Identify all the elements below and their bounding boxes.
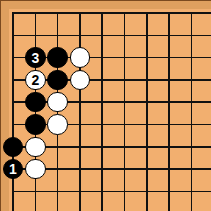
intersection-r9c1 (2, 180, 24, 202)
intersection-r8c4 (69, 158, 91, 180)
intersection-r7c2 (24, 136, 46, 158)
intersection-r1c3 (46, 2, 68, 24)
intersection-r7c8 (158, 136, 180, 158)
intersection-r9c3 (46, 180, 68, 202)
intersection-r1c2 (24, 2, 46, 24)
intersection-r6c2 (24, 113, 46, 135)
move-number-label: 3 (31, 50, 39, 64)
intersection-r2c8 (158, 24, 180, 46)
intersection-r1c1 (2, 2, 24, 24)
intersection-r9c9 (180, 180, 202, 202)
move-number-label: 1 (9, 162, 17, 176)
intersection-r3c4 (69, 46, 91, 68)
intersection-r7c9 (180, 136, 202, 158)
intersection-r3c3 (46, 46, 68, 68)
intersection-r1c9 (180, 2, 202, 24)
white-stone (70, 47, 91, 68)
intersection-r2c9 (180, 24, 202, 46)
intersection-r2c4 (69, 24, 91, 46)
intersection-r5c9 (180, 91, 202, 113)
white-stone (47, 92, 68, 113)
intersection-r4c6 (113, 69, 135, 91)
intersection-r8c3 (46, 158, 68, 180)
intersection-r9c4 (69, 180, 91, 202)
intersection-r5c7 (136, 91, 158, 113)
black-stone-move-1: 1 (3, 159, 24, 180)
intersection-r5c6 (113, 91, 135, 113)
intersection-r5c3 (46, 91, 68, 113)
intersection-r2c5 (91, 24, 113, 46)
black-stone (47, 47, 68, 68)
intersection-r2c2 (24, 24, 46, 46)
black-stone (25, 114, 46, 135)
intersection-r6c3 (46, 113, 68, 135)
intersection-r6c4 (69, 113, 91, 135)
intersection-r2c3 (46, 24, 68, 46)
intersection-r4c4 (69, 69, 91, 91)
intersection-r6c6 (113, 113, 135, 135)
intersection-r8c1: 1 (2, 158, 24, 180)
intersection-r3c9 (180, 46, 202, 68)
black-stone (47, 70, 68, 91)
intersection-r1c5 (91, 2, 113, 24)
intersection-r1c8 (158, 2, 180, 24)
intersection-r6c5 (91, 113, 113, 135)
intersection-r4c2: 2 (24, 69, 46, 91)
white-stone-move-2: 2 (25, 70, 46, 91)
intersection-r1c4 (69, 2, 91, 24)
move-number-label: 2 (31, 72, 39, 86)
intersection-r3c8 (158, 46, 180, 68)
white-stone (25, 159, 46, 180)
intersection-r8c5 (91, 158, 113, 180)
white-stone (47, 114, 68, 135)
intersection-r3c5 (91, 46, 113, 68)
intersection-r6c7 (136, 113, 158, 135)
intersection-r5c5 (91, 91, 113, 113)
intersection-r7c5 (91, 136, 113, 158)
intersection-r4c1 (2, 69, 24, 91)
intersection-r9c7 (136, 180, 158, 202)
intersection-r8c2 (24, 158, 46, 180)
intersection-r6c1 (2, 113, 24, 135)
intersection-r3c2: 3 (24, 46, 46, 68)
intersection-r3c1 (2, 46, 24, 68)
white-stone (25, 137, 46, 158)
intersection-r3c6 (113, 46, 135, 68)
intersection-r7c4 (69, 136, 91, 158)
intersection-r4c9 (180, 69, 202, 91)
intersection-r5c2 (24, 91, 46, 113)
intersection-r7c7 (136, 136, 158, 158)
intersection-r9c8 (158, 180, 180, 202)
intersection-r1c6 (113, 2, 135, 24)
black-stone (25, 92, 46, 113)
black-stone (3, 137, 24, 158)
intersection-r4c3 (46, 69, 68, 91)
go-board-diagram: 321 (0, 0, 211, 211)
intersection-r8c8 (158, 158, 180, 180)
intersection-r4c8 (158, 69, 180, 91)
intersection-r9c5 (91, 180, 113, 202)
intersection-r5c4 (69, 91, 91, 113)
intersection-r5c8 (158, 91, 180, 113)
intersection-r7c1 (2, 136, 24, 158)
intersection-r9c6 (113, 180, 135, 202)
black-stone-move-3: 3 (25, 47, 46, 68)
intersection-r2c7 (136, 24, 158, 46)
intersection-r6c8 (158, 113, 180, 135)
intersection-r7c3 (46, 136, 68, 158)
white-stone (70, 70, 91, 91)
intersection-r2c6 (113, 24, 135, 46)
intersection-r8c7 (136, 158, 158, 180)
intersection-r2c1 (2, 24, 24, 46)
intersection-r9c2 (24, 180, 46, 202)
board-grid: 321 (2, 2, 203, 203)
intersection-r4c5 (91, 69, 113, 91)
intersection-r5c1 (2, 91, 24, 113)
intersection-r7c6 (113, 136, 135, 158)
intersection-r3c7 (136, 46, 158, 68)
intersection-r8c9 (180, 158, 202, 180)
intersection-r1c7 (136, 2, 158, 24)
intersection-r8c6 (113, 158, 135, 180)
intersection-r6c9 (180, 113, 202, 135)
intersection-r4c7 (136, 69, 158, 91)
